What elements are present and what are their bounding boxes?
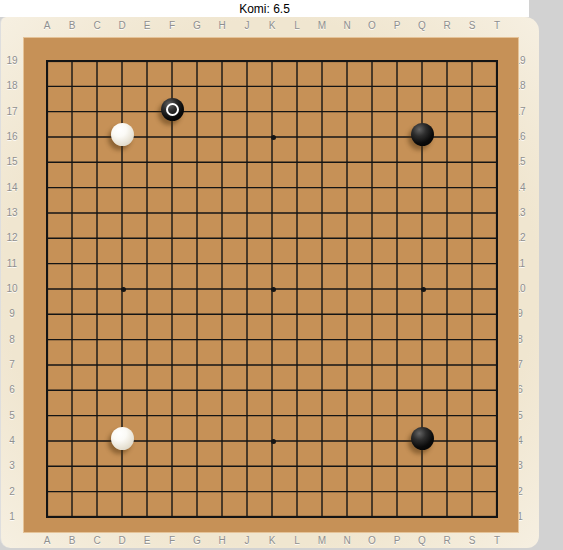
black-stone-Q4[interactable]	[411, 427, 434, 450]
column-label-bottom-O: O	[362, 535, 382, 547]
column-label-top-M: M	[312, 20, 332, 32]
column-label-top-L: L	[287, 20, 307, 32]
column-label-top-J: J	[237, 20, 257, 32]
star-point-K4	[271, 439, 276, 444]
column-label-bottom-S: S	[462, 535, 482, 547]
column-label-top-B: B	[62, 20, 82, 32]
star-point-K10	[271, 287, 276, 292]
row-label-left-10: 10	[4, 283, 20, 295]
star-point-D10	[121, 287, 126, 292]
column-label-bottom-Q: Q	[412, 535, 432, 547]
column-label-top-H: H	[212, 20, 232, 32]
column-label-top-T: T	[487, 20, 507, 32]
column-label-bottom-P: P	[387, 535, 407, 547]
row-label-left-12: 12	[4, 232, 20, 244]
white-stone-D4[interactable]	[111, 427, 134, 450]
row-label-left-19: 19	[4, 55, 20, 67]
column-label-bottom-N: N	[337, 535, 357, 547]
column-label-bottom-C: C	[87, 535, 107, 547]
go-board[interactable]	[23, 37, 519, 533]
row-label-left-13: 13	[4, 207, 20, 219]
column-label-top-C: C	[87, 20, 107, 32]
column-label-top-E: E	[137, 20, 157, 32]
row-label-left-17: 17	[4, 106, 20, 118]
column-label-top-P: P	[387, 20, 407, 32]
column-label-bottom-L: L	[287, 535, 307, 547]
column-label-bottom-E: E	[137, 535, 157, 547]
column-label-top-F: F	[162, 20, 182, 32]
column-label-top-O: O	[362, 20, 382, 32]
black-stone-Q16[interactable]	[411, 123, 434, 146]
stones-layer	[36, 49, 511, 530]
column-label-bottom-F: F	[162, 535, 182, 547]
column-label-top-N: N	[337, 20, 357, 32]
column-label-bottom-B: B	[62, 535, 82, 547]
row-label-left-18: 18	[4, 80, 20, 92]
row-label-left-6: 6	[4, 384, 20, 396]
column-label-top-G: G	[187, 20, 207, 32]
row-label-left-3: 3	[4, 460, 20, 472]
row-label-left-14: 14	[4, 182, 20, 194]
row-label-left-9: 9	[4, 308, 20, 320]
column-label-bottom-K: K	[262, 535, 282, 547]
komi-bar: Komi: 6.5	[0, 0, 529, 17]
column-label-top-D: D	[112, 20, 132, 32]
column-label-top-A: A	[37, 20, 57, 32]
row-label-left-2: 2	[4, 486, 20, 498]
column-label-bottom-R: R	[437, 535, 457, 547]
black-stone-F17[interactable]	[161, 98, 184, 121]
column-label-top-R: R	[437, 20, 457, 32]
column-label-top-S: S	[462, 20, 482, 32]
column-label-top-Q: Q	[412, 20, 432, 32]
star-point-K16	[271, 135, 276, 140]
column-label-bottom-T: T	[487, 535, 507, 547]
column-label-bottom-A: A	[37, 535, 57, 547]
column-label-bottom-H: H	[212, 535, 232, 547]
column-label-bottom-M: M	[312, 535, 332, 547]
column-label-top-K: K	[262, 20, 282, 32]
white-stone-D16[interactable]	[111, 123, 134, 146]
row-label-left-5: 5	[4, 410, 20, 422]
row-label-left-11: 11	[4, 258, 20, 270]
row-label-left-15: 15	[4, 156, 20, 168]
row-label-left-7: 7	[4, 359, 20, 371]
row-label-left-16: 16	[4, 131, 20, 143]
column-label-bottom-D: D	[112, 535, 132, 547]
column-label-bottom-G: G	[187, 535, 207, 547]
board-page: ABCDEFGHJKLMNOPQRST ABCDEFGHJKLMNOPQRST …	[0, 17, 539, 548]
star-point-Q10	[421, 287, 426, 292]
last-move-circle-marker	[166, 103, 179, 116]
row-label-left-4: 4	[4, 435, 20, 447]
komi-label: Komi: 6.5	[239, 2, 290, 16]
column-label-bottom-J: J	[237, 535, 257, 547]
row-label-left-1: 1	[4, 511, 20, 523]
row-label-left-8: 8	[4, 334, 20, 346]
